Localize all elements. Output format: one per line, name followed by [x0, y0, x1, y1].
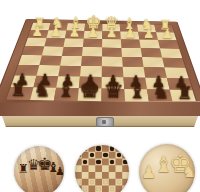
- square: [144, 67, 167, 78]
- dark-checker-piece: [83, 160, 88, 165]
- light-checker-piece: [76, 180, 81, 185]
- square: ♚: [78, 88, 102, 101]
- white-bishop-piece: ♝: [120, 16, 138, 32]
- metal-clasp-icon: [96, 117, 114, 127]
- square: [36, 65, 60, 76]
- chess-board: ♜♞♝♚♛♝♞♜♟♟♟♟♟♟♟♟♟♟♟♟♟♟♟♟♜♞♝♚♛♝♞♜: [0, 19, 200, 108]
- square: [139, 40, 160, 49]
- square: [22, 46, 44, 55]
- light-checker-piece: [83, 187, 88, 192]
- white-knight-piece: ♞: [49, 16, 67, 31]
- square: [58, 66, 81, 77]
- product-photo: ♜♞♝♚♛♝♞♜♟♟♟♟♟♟♟♟♟♟♟♟♟♟♟♟♜♞♝♚♛♝♞♜ ♜♛♚♝♟ ♟…: [0, 0, 200, 192]
- square: ♟: [102, 77, 125, 89]
- square: [15, 65, 40, 76]
- light-checker-piece: [123, 187, 128, 192]
- square: [122, 57, 144, 67]
- light-checker-piece: [96, 187, 101, 192]
- dark-checker-piece: [110, 146, 115, 151]
- square: [18, 55, 41, 65]
- square: [141, 48, 162, 57]
- square: ♟: [145, 78, 170, 90]
- square: [102, 47, 122, 56]
- white-knight-piece: ♞: [182, 164, 195, 180]
- dark-checker-piece: [96, 160, 101, 165]
- dark-checker-piece: [76, 153, 81, 158]
- square: ♝: [54, 88, 79, 101]
- inset-checkers-board: [75, 145, 129, 192]
- square: [60, 56, 82, 66]
- square: [102, 39, 121, 48]
- square: [164, 67, 188, 78]
- square: ♟: [167, 78, 192, 90]
- white-pawn-piece: ♟: [141, 164, 156, 181]
- white-rook-piece: ♜: [31, 17, 49, 31]
- dark-checker-piece: [117, 153, 122, 158]
- square: [42, 46, 64, 55]
- box-front-panel: [0, 101, 200, 128]
- square: [102, 66, 124, 77]
- square: [162, 58, 185, 68]
- square: [123, 67, 145, 78]
- board-texture: [14, 146, 64, 192]
- dark-checker-piece: [110, 160, 115, 165]
- dark-checker-piece: [90, 153, 95, 158]
- square: [121, 39, 141, 48]
- inset-wooden-pieces-closeup: ♟♝♚♞: [139, 144, 195, 192]
- square: [160, 48, 182, 57]
- square: ♟: [56, 76, 80, 88]
- square: ♟: [123, 77, 147, 89]
- dark-checker-piece: [123, 160, 128, 165]
- square: [121, 48, 142, 57]
- square: [81, 56, 102, 66]
- square: ♟: [33, 76, 58, 88]
- square: [83, 39, 102, 48]
- dark-checker-piece: [96, 146, 101, 151]
- white-king-piece: ♚: [169, 151, 191, 176]
- clasp-knob-icon: [102, 120, 106, 124]
- square: [62, 47, 83, 56]
- square: [25, 38, 46, 47]
- square: [142, 57, 164, 67]
- square: [82, 47, 102, 56]
- square: ♛: [101, 89, 125, 102]
- square: ♟: [11, 75, 37, 87]
- box-lid-edge: [0, 101, 200, 116]
- square: [158, 40, 179, 49]
- dark-checker-piece: [123, 146, 128, 151]
- black-rook-piece: ♜: [6, 82, 30, 100]
- white-king-piece: ♚: [84, 13, 102, 31]
- light-checker-piece: [110, 187, 115, 192]
- white-queen-piece: ♛: [102, 14, 120, 31]
- square: [64, 38, 84, 47]
- square: [102, 56, 123, 66]
- square: [39, 55, 62, 65]
- main-photo-area: ♜♞♝♚♛♝♞♜♟♟♟♟♟♟♟♟♟♟♟♟♟♟♟♟♜♞♝♚♛♝♞♜: [0, 0, 200, 145]
- white-bishop-piece: ♝: [66, 15, 84, 31]
- white-bishop-piece: ♝: [154, 154, 174, 176]
- square: [44, 38, 65, 47]
- dark-checker-piece: [83, 146, 88, 151]
- light-checker-piece: [103, 180, 108, 185]
- square: ♞: [30, 87, 56, 100]
- light-checker-piece: [90, 180, 95, 185]
- dark-checker-piece: [103, 153, 108, 158]
- light-checker-piece: [117, 180, 122, 185]
- square: ♟: [79, 77, 102, 89]
- inset-chess-pieces-detail: ♜♛♚♝♟: [14, 146, 64, 192]
- square: ♟: [138, 32, 158, 40]
- white-rook-piece: ♜: [156, 19, 174, 33]
- chess-board-grid: ♜♞♝♚♛♝♞♜♟♟♟♟♟♟♟♟♟♟♟♟♟♟♟♟♜♞♝♚♛♝♞♜: [5, 22, 198, 103]
- square: [80, 66, 102, 77]
